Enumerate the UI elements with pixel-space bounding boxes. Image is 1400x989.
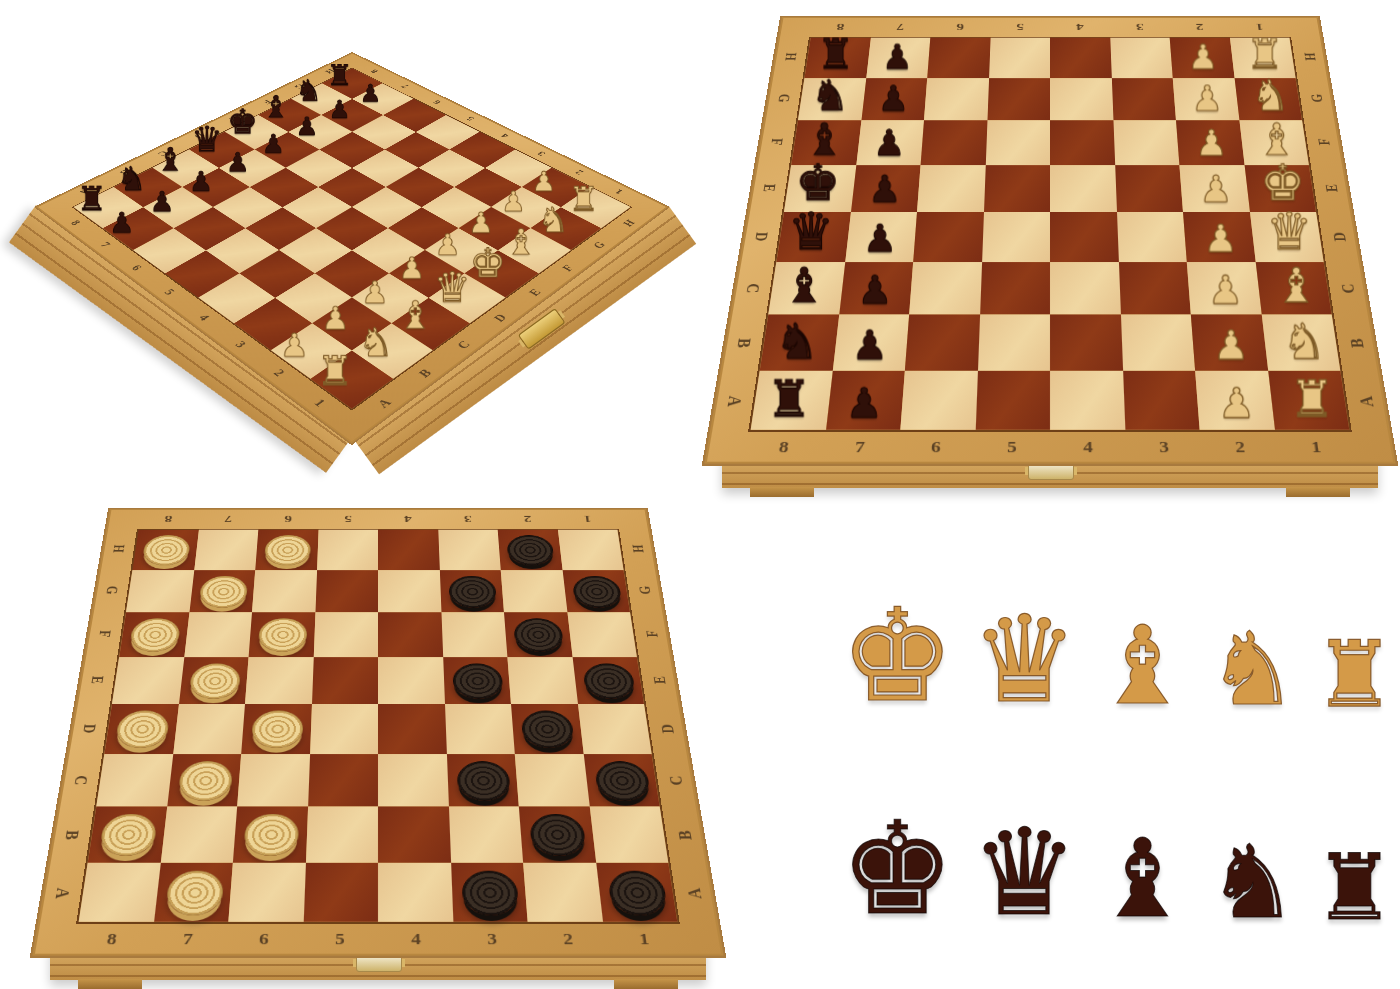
square-b1: [589, 807, 668, 863]
light-checker: [243, 814, 299, 856]
rank-label-top-1: 1: [556, 509, 619, 529]
square-f3: [1113, 120, 1179, 165]
square-b6: [233, 807, 308, 863]
light-king-figure: ♚: [840, 592, 955, 720]
square-b6: [905, 315, 980, 371]
square-c6: [237, 754, 309, 807]
square-h3: [438, 530, 501, 570]
square-b1: ♞: [1261, 315, 1340, 371]
file-label-left-H: H: [86, 538, 150, 559]
square-f6: [921, 120, 987, 165]
white-pawn: ♟: [1186, 219, 1254, 257]
square-g7: [189, 570, 255, 612]
rank-label-top-5: 5: [318, 509, 378, 529]
light-checker: [251, 711, 304, 748]
square-a6: [228, 862, 305, 921]
rank-label-bottom-5: 5: [301, 924, 378, 956]
white-pawn: ♟: [1190, 271, 1260, 310]
square-a1: [596, 862, 678, 921]
chess-board-angled-view: 8765432187654321HGFEDCBAHGFEDCBA♜♟♟♜♞♟♟♞…: [8, 0, 698, 490]
rank-label-top-8: 8: [137, 509, 200, 529]
light-queen-figure: ♛: [971, 600, 1079, 720]
rank-label-bottom-8: 8: [71, 924, 151, 956]
dark-knight-figure: ♞: [1207, 832, 1298, 933]
square-e5: [312, 657, 379, 704]
file-label-right-F: F: [618, 622, 686, 645]
square-c5: [308, 754, 378, 807]
square-h2: ♟: [1170, 38, 1234, 78]
square-e7: [179, 657, 249, 704]
square-h6: [927, 38, 990, 78]
square-f5: [985, 120, 1050, 165]
light-checker: [188, 663, 241, 698]
square-c3: [1118, 262, 1190, 315]
dark-checker: [456, 761, 511, 801]
rank-label-bottom-8: 8: [743, 432, 823, 464]
bottom-coordinates: 87654321: [743, 432, 1356, 464]
square-b5: [305, 807, 378, 863]
square-g5: [315, 570, 378, 612]
square-a3: [451, 862, 528, 921]
square-c8: ♝: [768, 262, 844, 315]
file-label-right-E: E: [1296, 176, 1366, 200]
square-h5: [317, 530, 378, 570]
rank-label-bottom-3: 3: [1125, 432, 1203, 464]
black-pawn: ♟: [833, 325, 905, 365]
square-c7: [167, 754, 241, 807]
square-e3: [443, 657, 511, 704]
square-a4: [1050, 370, 1125, 429]
box-foot-left: [78, 979, 142, 989]
file-label-right-G: G: [1283, 87, 1349, 109]
square-d3: [1117, 212, 1187, 262]
square-e4: [378, 657, 445, 704]
rank-label-bottom-2: 2: [1201, 432, 1280, 464]
square-c7: ♟: [839, 262, 913, 315]
square-c8: [96, 754, 172, 807]
square-g3: [439, 570, 504, 612]
light-checker: [258, 618, 308, 652]
square-d5: [982, 212, 1050, 262]
dark-bishop-figure: ♝: [1094, 825, 1191, 933]
square-c4: [1050, 262, 1120, 315]
square-e7: ♟: [851, 165, 921, 212]
file-label-right-E: E: [624, 668, 694, 692]
file-label-left-E: E: [62, 668, 132, 692]
box-foot-right: [614, 979, 678, 989]
square-h7: [194, 530, 258, 570]
rank-label-top-2: 2: [1169, 17, 1231, 37]
square-b3: [1120, 315, 1195, 371]
file-label-right-H: H: [1278, 46, 1342, 67]
square-b2: [519, 807, 596, 863]
product-collage: 8765432187654321HGFEDCBAHGFEDCBA♜♟♟♜♞♟♟♞…: [0, 0, 1400, 989]
square-h5: [989, 38, 1050, 78]
square-d5: [310, 704, 378, 754]
square-a5: [975, 370, 1050, 429]
file-label-right-G: G: [611, 579, 677, 601]
square-a7: ♟: [826, 370, 905, 429]
dark-queen-figure: ♛: [971, 813, 1079, 933]
dark-checker: [506, 535, 554, 565]
rank-label-top-6: 6: [258, 509, 319, 529]
brass-latch-icon: [517, 308, 565, 350]
chess-board-angled: 8765432187654321HGFEDCBAHGFEDCBA♜♟♟♜♞♟♟♞…: [36, 53, 668, 443]
dark-rook-figure: ♜: [1314, 842, 1396, 933]
square-c5: [980, 262, 1050, 315]
square-d1: ♛: [1250, 212, 1324, 262]
square-e3: [1115, 165, 1183, 212]
light-knight-figure: ♞: [1207, 619, 1298, 720]
board-plane: 8765432187654321HGFEDCBAHGFEDCBA: [32, 509, 723, 956]
rank-label-bottom-5: 5: [973, 432, 1050, 464]
square-h6: [255, 530, 318, 570]
square-h2: [498, 530, 562, 570]
square-d4: [1050, 212, 1118, 262]
square-d8: ♛: [776, 212, 850, 262]
white-pawn: ♟: [1179, 125, 1244, 161]
rank-label-bottom-2: 2: [529, 924, 608, 956]
white-pawn: ♟: [1172, 40, 1233, 74]
dark-checker: [452, 663, 503, 698]
rank-label-top-5: 5: [990, 17, 1050, 37]
rank-label-top-3: 3: [1109, 17, 1170, 37]
square-g2: [501, 570, 567, 612]
rank-label-top-3: 3: [437, 509, 498, 529]
square-d3: [445, 704, 515, 754]
rank-label-bottom-6: 6: [225, 924, 303, 956]
square-g6: [924, 78, 989, 120]
dark-checker: [594, 761, 652, 801]
rank-label-top-1: 1: [1228, 17, 1291, 37]
white-knight: ♞: [1267, 316, 1339, 365]
checkers-board: 8765432187654321HGFEDCBAHGFEDCBA: [32, 509, 723, 956]
square-h7: ♟: [866, 38, 930, 78]
bottom-coordinates: 87654321: [71, 924, 684, 956]
square-f7: ♟: [856, 120, 924, 165]
rank-label-top-4: 4: [1050, 17, 1110, 37]
rank-label-top-4: 4: [378, 509, 438, 529]
square-c3: [446, 754, 518, 807]
square-g6: [252, 570, 317, 612]
white-rook: ♜: [1274, 374, 1349, 424]
square-c2: ♟: [1187, 262, 1261, 315]
square-a1: ♜: [1268, 370, 1350, 429]
metal-clasp-icon: [356, 954, 402, 972]
square-e6: [245, 657, 313, 704]
light-checker: [115, 711, 171, 748]
black-pawn: ♟: [851, 171, 917, 208]
square-f3: [441, 612, 507, 657]
square-e4: [1050, 165, 1117, 212]
black-queen: ♛: [777, 206, 845, 257]
square-g3: [1111, 78, 1176, 120]
light-checker: [198, 576, 248, 608]
light-checker: [99, 814, 158, 856]
dark-checker: [521, 711, 575, 748]
square-h3: [1110, 38, 1173, 78]
light-checker: [264, 535, 311, 565]
square-f4: [378, 612, 443, 657]
file-label-left-E: E: [734, 176, 804, 200]
black-pawn: ♟: [856, 125, 921, 161]
square-b4: [378, 807, 451, 863]
white-pawn: ♟: [1199, 383, 1274, 425]
square-d7: [173, 704, 245, 754]
square-b3: [448, 807, 523, 863]
dark-king-figure: ♚: [840, 805, 955, 933]
box-foot-left: [750, 487, 814, 497]
black-knight: ♞: [761, 316, 833, 365]
black-pawn: ♟: [866, 40, 927, 74]
square-b8: [88, 807, 167, 863]
playing-grid: ♜♟♟♜♞♟♟♞♝♟♟♝♚♟♟♚♛♟♟♛♝♟♟♝♞♟♟♞♜♟♟♜: [72, 67, 633, 410]
light-rook-figure: ♜: [1314, 629, 1396, 720]
square-e6: [917, 165, 985, 212]
board-plane: 8765432187654321HGFEDCBAHGFEDCBA♜♟♟♜♞♟♟♞…: [704, 17, 1395, 464]
dark-checker: [529, 814, 587, 856]
light-checker: [177, 761, 233, 801]
dark-pieces-row: ♚♛♝♞♜♟: [830, 758, 1290, 933]
square-f2: ♟: [1176, 120, 1244, 165]
square-a6: [900, 370, 977, 429]
square-f2: [504, 612, 572, 657]
rank-label-top-7: 7: [197, 509, 259, 529]
rank-label-top-7: 7: [869, 17, 931, 37]
square-g2: ♟: [1173, 78, 1239, 120]
square-a8: ♜: [751, 370, 833, 429]
square-g5: [987, 78, 1050, 120]
square-c1: [583, 754, 659, 807]
playing-grid: [76, 529, 680, 924]
black-pawn: ♟: [839, 271, 909, 310]
board-plane: 8765432187654321HGFEDCBAHGFEDCBA♜♟♟♜♞♟♟♞…: [36, 53, 668, 443]
black-pawn: ♟: [861, 81, 924, 116]
file-label-left-G: G: [78, 579, 144, 601]
square-d1: [578, 704, 652, 754]
square-a2: ♟: [1195, 370, 1274, 429]
dark-checker: [513, 618, 564, 652]
square-b7: [160, 807, 237, 863]
square-e5: [984, 165, 1051, 212]
square-f5: [313, 612, 378, 657]
square-c6: [909, 262, 981, 315]
rank-label-top-8: 8: [809, 17, 872, 37]
square-a8: [79, 862, 161, 921]
square-g7: ♟: [861, 78, 927, 120]
square-a4: [378, 862, 453, 921]
square-d8: [104, 704, 178, 754]
file-label-right-H: H: [606, 538, 670, 559]
square-a3: [1123, 370, 1200, 429]
white-queen: ♛: [1255, 206, 1323, 257]
black-rook: ♜: [752, 374, 827, 424]
rank-label-bottom-1: 1: [604, 924, 684, 956]
square-d6: [913, 212, 983, 262]
square-a2: [523, 862, 602, 921]
square-d2: ♟: [1183, 212, 1255, 262]
chess-board-top-view: 8765432187654321HGFEDCBAHGFEDCBA♜♟♟♜♞♟♟♞…: [700, 0, 1400, 497]
square-d6: [241, 704, 311, 754]
square-c2: [515, 754, 589, 807]
rank-label-bottom-4: 4: [378, 924, 455, 956]
square-c4: [378, 754, 448, 807]
square-d2: [511, 704, 583, 754]
light-bishop-figure: ♝: [1094, 612, 1191, 720]
white-pawn: ♟: [1183, 171, 1249, 208]
square-h4: [1050, 38, 1111, 78]
square-c1: ♝: [1255, 262, 1331, 315]
square-b2: ♟: [1191, 315, 1268, 371]
square-h4: [378, 530, 439, 570]
square-f4: [1050, 120, 1115, 165]
dark-checker: [448, 576, 497, 608]
square-a7: [154, 862, 233, 921]
dark-checker: [461, 870, 519, 915]
square-b8: ♞: [760, 315, 839, 371]
white-bishop: ♝: [1261, 262, 1331, 310]
rank-label-bottom-3: 3: [453, 924, 531, 956]
rank-label-top-6: 6: [930, 17, 991, 37]
file-label-left-H: H: [758, 46, 822, 67]
white-pawn: ♟: [1176, 81, 1239, 116]
square-g4: [1050, 78, 1113, 120]
top-coordinates: 87654321: [809, 17, 1291, 37]
rank-label-bottom-7: 7: [148, 924, 227, 956]
black-pawn: ♟: [845, 219, 913, 257]
metal-clasp-icon: [1028, 462, 1074, 480]
square-d7: ♟: [845, 212, 917, 262]
file-label-left-G: G: [750, 87, 816, 109]
box-foot-right: [1286, 487, 1350, 497]
square-a5: [303, 862, 378, 921]
rank-label-bottom-4: 4: [1050, 432, 1127, 464]
rank-label-bottom-1: 1: [1276, 432, 1356, 464]
square-e2: [507, 657, 577, 704]
light-checker: [165, 870, 225, 915]
light-pieces-row: ♚♛♝♞♜♟: [830, 545, 1290, 720]
black-bishop: ♝: [769, 262, 839, 310]
checkers-board-view: 8765432187654321HGFEDCBAHGFEDCBA: [28, 492, 728, 989]
square-f7: [184, 612, 252, 657]
square-f6: [249, 612, 315, 657]
rank-label-bottom-6: 6: [897, 432, 975, 464]
square-e2: ♟: [1179, 165, 1249, 212]
square-g4: [378, 570, 441, 612]
file-label-left-F: F: [70, 622, 138, 645]
file-label-left-F: F: [742, 130, 810, 153]
playing-grid: ♜♟♟♜♞♟♟♞♝♟♟♝♚♟♟♚♛♟♟♛♝♟♟♝♞♟♟♞♜♟♟♜: [748, 37, 1352, 432]
square-b4: [1050, 315, 1123, 371]
white-pawn: ♟: [1195, 325, 1267, 365]
black-pawn: ♟: [826, 383, 901, 425]
rank-label-top-2: 2: [497, 509, 559, 529]
top-coordinates: 87654321: [137, 509, 619, 529]
dark-checker: [607, 870, 668, 915]
chess-board-top: 8765432187654321HGFEDCBAHGFEDCBA♜♟♟♜♞♟♟♞…: [704, 17, 1395, 464]
file-label-right-F: F: [1290, 130, 1358, 153]
piece-trays: ♚♛♝♞♜♟ ♚♛♝♞♜♟: [830, 545, 1290, 965]
rank-label-bottom-7: 7: [820, 432, 899, 464]
square-d4: [378, 704, 446, 754]
square-b7: ♟: [832, 315, 909, 371]
square-b5: [977, 315, 1050, 371]
